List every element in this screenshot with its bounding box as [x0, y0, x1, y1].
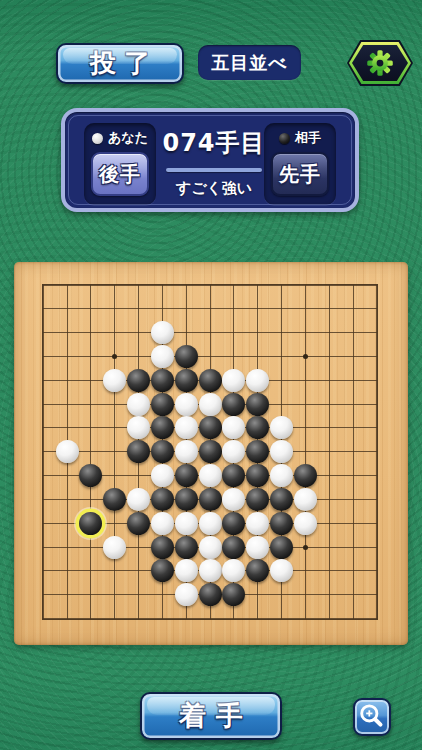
- stone-white: [199, 464, 222, 487]
- stone-black: [175, 488, 198, 511]
- stone-black: [199, 416, 222, 439]
- magnifier-plus-icon: [355, 700, 389, 734]
- stone-black: [151, 393, 174, 416]
- stone-white: [199, 559, 222, 582]
- stone-white: [175, 583, 198, 606]
- stone-black: [199, 440, 222, 463]
- move-counter: 074手目: [157, 127, 271, 159]
- stone-white: [199, 536, 222, 559]
- stone-white: [175, 393, 198, 416]
- stone-black: [127, 369, 150, 392]
- panel-center: 074手目 すごく強い: [157, 112, 271, 208]
- stone-black: [175, 536, 198, 559]
- stone-black: [199, 583, 222, 606]
- star-point: [303, 354, 308, 359]
- stone-white: [246, 512, 269, 535]
- stone-black: [270, 488, 293, 511]
- status-panel: あなた 後手 074手目 すごく強い 相手 先手: [61, 108, 359, 212]
- opponent-black-stone-icon: [279, 133, 290, 144]
- opponent-label: 相手: [295, 129, 321, 147]
- stone-black: [127, 512, 150, 535]
- stone-black: [222, 536, 245, 559]
- stone-black: [270, 536, 293, 559]
- stone-white: [175, 512, 198, 535]
- settings-button[interactable]: [347, 40, 413, 86]
- stone-white: [294, 512, 317, 535]
- star-point: [303, 545, 308, 550]
- opponent-role-button[interactable]: 先手: [271, 152, 329, 196]
- stone-white: [151, 321, 174, 344]
- stone-white: [246, 536, 269, 559]
- stone-black: [151, 536, 174, 559]
- play-move-button[interactable]: 着手: [140, 692, 282, 740]
- panel-divider: [166, 168, 262, 172]
- stone-black: [199, 488, 222, 511]
- stone-white: [56, 440, 79, 463]
- goban-board[interactable]: [14, 262, 408, 645]
- opponent-player-well: 相手 先手: [264, 123, 336, 205]
- stone-white: [199, 393, 222, 416]
- stone-white: [175, 440, 198, 463]
- stone-white: [151, 464, 174, 487]
- you-white-stone-icon: [92, 133, 103, 144]
- stone-white: [103, 536, 126, 559]
- stone-black: [175, 464, 198, 487]
- you-label: あなた: [108, 129, 148, 147]
- stone-black: [270, 512, 293, 535]
- game-title-badge: 五目並べ: [198, 45, 301, 80]
- stone-white: [294, 488, 317, 511]
- stone-black: [294, 464, 317, 487]
- stone-white: [127, 393, 150, 416]
- stone-black: [199, 369, 222, 392]
- stone-white: [151, 512, 174, 535]
- gomoku-app-screen: 投了 五目並べ あなた: [0, 0, 422, 750]
- stone-white: [151, 345, 174, 368]
- stone-black: [222, 393, 245, 416]
- you-player-well: あなた 後手: [84, 123, 156, 205]
- stone-white: [127, 488, 150, 511]
- stone-black: [246, 393, 269, 416]
- stone-black: [151, 488, 174, 511]
- difficulty-label: すごく強い: [157, 179, 271, 198]
- stone-black: [175, 369, 198, 392]
- stone-black: [151, 369, 174, 392]
- stone-white: [103, 369, 126, 392]
- resign-button[interactable]: 投了: [56, 43, 184, 84]
- stone-white: [246, 369, 269, 392]
- you-role-button[interactable]: 後手: [91, 152, 149, 196]
- stone-black: [175, 345, 198, 368]
- gear-icon: [365, 48, 395, 78]
- zoom-button[interactable]: [353, 698, 391, 736]
- stone-white: [199, 512, 222, 535]
